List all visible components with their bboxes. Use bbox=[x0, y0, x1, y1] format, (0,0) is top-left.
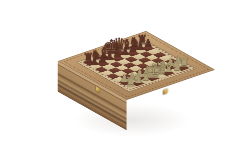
chess-set-photo: ♜♞♟♝♟♛♟♚♟♝♟♞♟♜♟♟♟♟♜♟♞♟♝♟♛♟♚♟♝♟♞♜ bbox=[0, 0, 240, 150]
pieces-layer: ♜♞♟♝♟♛♟♚♟♝♟♞♟♜♟♟♟♟♜♟♞♟♝♟♛♟♚♟♝♟♞♜ bbox=[0, 0, 240, 150]
white-rook-piece: ♜ bbox=[125, 75, 137, 88]
black-pawn-piece: ♟ bbox=[90, 56, 100, 67]
